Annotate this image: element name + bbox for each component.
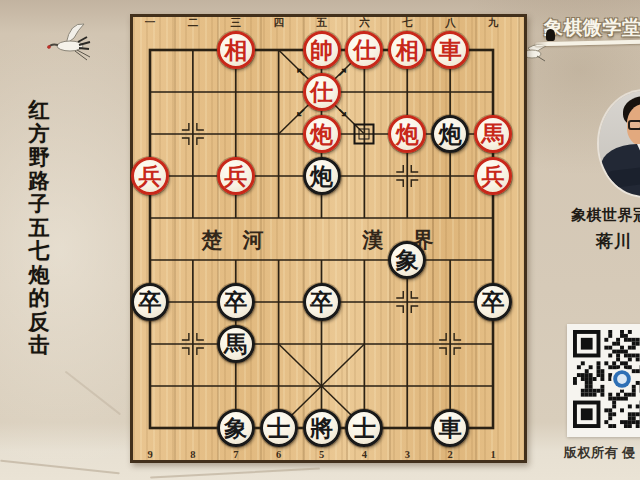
file-label-bottom: 7 <box>233 449 238 460</box>
board-overlays: 一二三四五六七八九987654321楚河漢界↖↗↙↘相帥仕相車仕炮炮炮馬兵兵炮兵… <box>133 17 524 460</box>
piece-black-象[interactable]: 象 <box>217 409 255 447</box>
file-label-top: 九 <box>488 16 499 30</box>
file-label-top: 四 <box>273 16 284 30</box>
lesson-title-char: 红 <box>29 99 50 121</box>
background-crack <box>0 460 119 474</box>
crane-decoration-icon <box>44 14 100 68</box>
file-label-bottom: 5 <box>319 449 324 460</box>
presenter-caption-line2: 蒋川 <box>596 230 632 253</box>
move-indicator-arrow: ↖ <box>295 65 305 79</box>
piece-black-卒[interactable]: 卒 <box>131 283 169 321</box>
background-crack <box>65 371 121 415</box>
piece-red-相[interactable]: 相 <box>217 31 255 69</box>
lesson-title-char: 炮 <box>29 264 50 286</box>
piece-black-象[interactable]: 象 <box>388 241 426 279</box>
piece-red-仕[interactable]: 仕 <box>345 31 383 69</box>
presenter-caption-line1: 象棋世界冠 <box>571 206 640 225</box>
piece-black-馬[interactable]: 馬 <box>217 325 255 363</box>
copyright-text: 版权所有 侵 <box>564 444 636 462</box>
piece-red-兵[interactable]: 兵 <box>474 157 512 195</box>
piece-black-士[interactable]: 士 <box>260 409 298 447</box>
piece-red-相[interactable]: 相 <box>388 31 426 69</box>
river-text: 楚 <box>202 226 223 254</box>
lesson-title-char: 击 <box>29 334 50 356</box>
piece-black-將[interactable]: 將 <box>303 409 341 447</box>
piece-red-兵[interactable]: 兵 <box>217 157 255 195</box>
piece-red-馬[interactable]: 馬 <box>474 115 512 153</box>
piece-red-炮[interactable]: 炮 <box>303 115 341 153</box>
lesson-title: 红方野路子五七炮的反击 <box>23 99 55 356</box>
file-label-top: 七 <box>402 16 413 30</box>
file-label-bottom: 4 <box>362 449 367 460</box>
move-indicator-arrow: ↗ <box>337 65 347 79</box>
piece-black-卒[interactable]: 卒 <box>474 283 512 321</box>
move-indicator-arrow: ↙ <box>295 105 305 119</box>
file-label-bottom: 2 <box>448 449 453 460</box>
file-label-top: 八 <box>445 16 456 30</box>
file-label-top: 三 <box>231 16 242 30</box>
presenter-photo <box>599 91 640 196</box>
xiangqi-board[interactable]: 一二三四五六七八九987654321楚河漢界↖↗↙↘相帥仕相車仕炮炮炮馬兵兵炮兵… <box>130 14 527 463</box>
lesson-title-char: 路 <box>29 170 50 192</box>
file-label-top: 一 <box>145 16 156 30</box>
piece-black-卒[interactable]: 卒 <box>217 283 255 321</box>
lesson-title-char: 反 <box>29 311 50 333</box>
lesson-title-char: 的 <box>29 287 50 309</box>
file-label-bottom: 6 <box>276 449 281 460</box>
file-label-bottom: 9 <box>147 449 152 460</box>
channel-logo: 象棋微学堂 <box>544 15 640 41</box>
video-frame: 红方野路子五七炮的反击 一二三四五六七八九987654321楚河漢界↖↗↙↘相帥… <box>0 0 640 480</box>
file-label-bottom: 1 <box>490 449 495 460</box>
file-label-top: 五 <box>316 16 327 30</box>
lesson-title-char: 七 <box>29 240 50 262</box>
lesson-title-char: 野 <box>29 146 50 168</box>
piece-black-士[interactable]: 士 <box>345 409 383 447</box>
piece-red-帥[interactable]: 帥 <box>303 31 341 69</box>
piece-red-炮[interactable]: 炮 <box>388 115 426 153</box>
river-text: 河 <box>243 226 264 254</box>
qr-code <box>567 324 640 437</box>
piece-black-卒[interactable]: 卒 <box>303 283 341 321</box>
glasses-icon <box>628 120 640 131</box>
file-label-bottom: 8 <box>190 449 195 460</box>
piece-black-車[interactable]: 車 <box>431 409 469 447</box>
piece-red-車[interactable]: 車 <box>431 31 469 69</box>
river-text: 漢 <box>363 226 384 254</box>
file-label-top: 二 <box>188 16 199 30</box>
piece-black-炮[interactable]: 炮 <box>431 115 469 153</box>
file-label-bottom: 3 <box>405 449 410 460</box>
move-indicator-arrow: ↘ <box>337 105 347 119</box>
lesson-title-char: 方 <box>29 123 50 145</box>
piece-red-兵[interactable]: 兵 <box>131 157 169 195</box>
background-crack <box>150 468 320 478</box>
lesson-title-char: 五 <box>29 217 50 239</box>
logo-chess-piece-icon <box>546 29 555 41</box>
file-label-top: 六 <box>359 16 370 30</box>
lesson-title-char: 子 <box>29 193 50 215</box>
piece-red-仕[interactable]: 仕 <box>303 73 341 111</box>
piece-black-炮[interactable]: 炮 <box>303 157 341 195</box>
last-move-marker <box>354 124 375 145</box>
